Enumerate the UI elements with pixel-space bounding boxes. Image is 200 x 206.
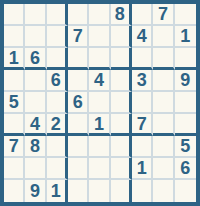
cell-r1c6-given-8[interactable]: 8 bbox=[111, 4, 132, 26]
cell-r8c2-empty[interactable] bbox=[25, 158, 46, 180]
cell-r4c1-empty[interactable] bbox=[4, 70, 25, 92]
cell-r2c9-given-1[interactable]: 1 bbox=[175, 26, 196, 48]
cell-r5c1-given-5[interactable]: 5 bbox=[4, 92, 25, 114]
cell-r2c2-empty[interactable] bbox=[25, 26, 46, 48]
cell-r4c3-given-6[interactable]: 6 bbox=[47, 70, 68, 92]
cell-r6c2-given-4[interactable]: 4 bbox=[25, 114, 46, 136]
cell-r7c5-empty[interactable] bbox=[89, 136, 110, 158]
cell-r4c8-empty[interactable] bbox=[153, 70, 174, 92]
cell-r5c2-empty[interactable] bbox=[25, 92, 46, 114]
cell-r3c3-empty[interactable] bbox=[47, 48, 68, 70]
cell-r9c5-empty[interactable] bbox=[89, 180, 110, 202]
cell-r4c9-given-9[interactable]: 9 bbox=[175, 70, 196, 92]
cell-r8c4-empty[interactable] bbox=[68, 158, 89, 180]
cell-r3c1-given-1[interactable]: 1 bbox=[4, 48, 25, 70]
cell-r6c9-empty[interactable] bbox=[175, 114, 196, 136]
cell-r2c1-empty[interactable] bbox=[4, 26, 25, 48]
cell-r1c8-given-7[interactable]: 7 bbox=[153, 4, 174, 26]
cell-r8c3-empty[interactable] bbox=[47, 158, 68, 180]
cell-r6c7-given-7[interactable]: 7 bbox=[132, 114, 153, 136]
cell-r3c5-empty[interactable] bbox=[89, 48, 110, 70]
cell-r4c4-empty[interactable] bbox=[68, 70, 89, 92]
cell-r4c7-given-3[interactable]: 3 bbox=[132, 70, 153, 92]
cell-r9c3-given-1[interactable]: 1 bbox=[47, 180, 68, 202]
cell-r2c4-given-7[interactable]: 7 bbox=[68, 26, 89, 48]
cell-r7c1-given-7[interactable]: 7 bbox=[4, 136, 25, 158]
cell-r1c4-empty[interactable] bbox=[68, 4, 89, 26]
cell-r9c7-empty[interactable] bbox=[132, 180, 153, 202]
cell-r5c7-empty[interactable] bbox=[132, 92, 153, 114]
cell-r3c9-empty[interactable] bbox=[175, 48, 196, 70]
cell-r2c7-given-4[interactable]: 4 bbox=[132, 26, 153, 48]
cell-r1c3-empty[interactable] bbox=[47, 4, 68, 26]
cell-r6c8-empty[interactable] bbox=[153, 114, 174, 136]
cell-r7c7-empty[interactable] bbox=[132, 136, 153, 158]
cell-r6c6-empty[interactable] bbox=[111, 114, 132, 136]
cell-r6c5-given-1[interactable]: 1 bbox=[89, 114, 110, 136]
sudoku-board: 877411664395642177851691 bbox=[0, 0, 200, 206]
cell-r7c2-given-8[interactable]: 8 bbox=[25, 136, 46, 158]
cell-r2c3-empty[interactable] bbox=[47, 26, 68, 48]
cell-r3c6-empty[interactable] bbox=[111, 48, 132, 70]
cell-r5c8-empty[interactable] bbox=[153, 92, 174, 114]
cell-r8c7-given-1[interactable]: 1 bbox=[132, 158, 153, 180]
cell-r2c6-empty[interactable] bbox=[111, 26, 132, 48]
cell-r6c1-empty[interactable] bbox=[4, 114, 25, 136]
cell-r3c4-empty[interactable] bbox=[68, 48, 89, 70]
cell-r2c5-empty[interactable] bbox=[89, 26, 110, 48]
cell-r9c4-empty[interactable] bbox=[68, 180, 89, 202]
cell-r8c6-empty[interactable] bbox=[111, 158, 132, 180]
cell-r9c2-given-9[interactable]: 9 bbox=[25, 180, 46, 202]
cell-r9c9-empty[interactable] bbox=[175, 180, 196, 202]
cell-r7c4-empty[interactable] bbox=[68, 136, 89, 158]
cell-r6c3-given-2[interactable]: 2 bbox=[47, 114, 68, 136]
cell-r7c6-empty[interactable] bbox=[111, 136, 132, 158]
cell-r9c6-empty[interactable] bbox=[111, 180, 132, 202]
cell-r7c3-empty[interactable] bbox=[47, 136, 68, 158]
cell-r5c4-given-6[interactable]: 6 bbox=[68, 92, 89, 114]
cell-r3c8-empty[interactable] bbox=[153, 48, 174, 70]
cell-r4c6-empty[interactable] bbox=[111, 70, 132, 92]
cell-r1c7-empty[interactable] bbox=[132, 4, 153, 26]
cell-r3c2-given-6[interactable]: 6 bbox=[25, 48, 46, 70]
cell-r1c1-empty[interactable] bbox=[4, 4, 25, 26]
cell-r5c3-empty[interactable] bbox=[47, 92, 68, 114]
cell-r3c7-empty[interactable] bbox=[132, 48, 153, 70]
cell-r5c9-empty[interactable] bbox=[175, 92, 196, 114]
cell-r7c8-empty[interactable] bbox=[153, 136, 174, 158]
cell-r9c1-empty[interactable] bbox=[4, 180, 25, 202]
cell-r4c2-empty[interactable] bbox=[25, 70, 46, 92]
cell-r8c5-empty[interactable] bbox=[89, 158, 110, 180]
cell-r1c2-empty[interactable] bbox=[25, 4, 46, 26]
cell-r9c8-empty[interactable] bbox=[153, 180, 174, 202]
cell-r1c9-empty[interactable] bbox=[175, 4, 196, 26]
cell-r2c8-empty[interactable] bbox=[153, 26, 174, 48]
cell-r6c4-empty[interactable] bbox=[68, 114, 89, 136]
cell-r5c6-empty[interactable] bbox=[111, 92, 132, 114]
cell-r8c9-given-6[interactable]: 6 bbox=[175, 158, 196, 180]
cell-r7c9-given-5[interactable]: 5 bbox=[175, 136, 196, 158]
cell-r5c5-empty[interactable] bbox=[89, 92, 110, 114]
cell-r8c1-empty[interactable] bbox=[4, 158, 25, 180]
cell-r1c5-empty[interactable] bbox=[89, 4, 110, 26]
cell-r8c8-empty[interactable] bbox=[153, 158, 174, 180]
cell-r4c5-given-4[interactable]: 4 bbox=[89, 70, 110, 92]
